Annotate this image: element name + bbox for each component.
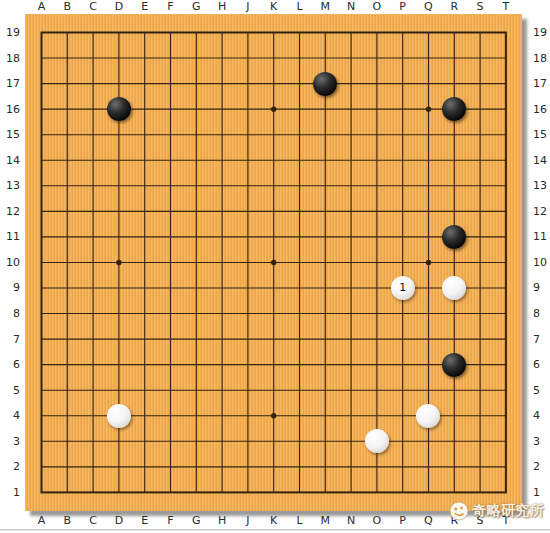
- row-label-11: 11: [0, 224, 21, 250]
- row-label-19: 19: [0, 20, 21, 46]
- move-number: 1: [399, 282, 406, 293]
- col-label-L: L: [287, 0, 313, 14]
- white-stone: [416, 404, 440, 428]
- white-stone: [365, 429, 389, 453]
- col-label-P: P: [390, 512, 416, 529]
- col-label-K: K: [261, 0, 287, 14]
- col-label-A: A: [29, 0, 55, 14]
- point-D16[interactable]: [106, 96, 132, 122]
- row-labels-right: 19181716151413121110987654321: [531, 20, 550, 505]
- point-Q4[interactable]: [416, 403, 442, 429]
- row-label-3: 3: [531, 428, 550, 454]
- col-label-N: N: [338, 0, 364, 14]
- col-label-Q: Q: [416, 0, 442, 14]
- row-label-13: 13: [531, 173, 550, 199]
- row-label-3: 3: [0, 428, 21, 454]
- white-stone: [107, 404, 131, 428]
- col-label-P: P: [390, 0, 416, 14]
- col-label-F: F: [158, 512, 184, 529]
- row-label-9: 9: [0, 275, 21, 301]
- black-stone: [442, 225, 466, 249]
- col-label-S: S: [467, 512, 493, 529]
- col-label-M: M: [312, 512, 338, 529]
- col-label-T: T: [493, 0, 519, 14]
- col-label-C: C: [80, 0, 106, 14]
- bottom-divider: [0, 529, 550, 531]
- row-label-2: 2: [0, 454, 21, 480]
- col-label-E: E: [132, 512, 158, 529]
- col-label-M: M: [312, 0, 338, 14]
- col-label-J: J: [235, 512, 261, 529]
- black-stone: [442, 353, 466, 377]
- point-R16[interactable]: [441, 96, 467, 122]
- col-label-B: B: [54, 0, 80, 14]
- col-label-O: O: [364, 512, 390, 529]
- white-stone: [442, 276, 466, 300]
- col-label-Q: Q: [416, 512, 442, 529]
- row-label-4: 4: [0, 403, 21, 429]
- row-label-2: 2: [531, 454, 550, 480]
- row-label-8: 8: [531, 301, 550, 327]
- col-label-N: N: [338, 512, 364, 529]
- col-label-H: H: [209, 512, 235, 529]
- row-label-9: 9: [531, 275, 550, 301]
- row-label-19: 19: [531, 20, 550, 46]
- row-label-5: 5: [531, 377, 550, 403]
- point-R6[interactable]: [441, 352, 467, 378]
- row-label-10: 10: [0, 250, 21, 276]
- col-label-C: C: [80, 512, 106, 529]
- col-label-O: O: [364, 0, 390, 14]
- row-label-15: 15: [531, 122, 550, 148]
- row-label-12: 12: [531, 199, 550, 225]
- row-label-16: 16: [0, 96, 21, 122]
- column-labels-top: ABCDEFGHJKLMNOPQRST: [29, 0, 519, 14]
- point-D4[interactable]: [106, 403, 132, 429]
- go-diagram: ABCDEFGHJKLMNOPQRST ABCDEFGHJKLMNOPQRST …: [0, 0, 550, 533]
- row-label-17: 17: [531, 71, 550, 97]
- row-label-7: 7: [531, 326, 550, 352]
- col-label-A: A: [29, 512, 55, 529]
- column-labels-bottom: ABCDEFGHJKLMNOPQRST: [29, 512, 519, 529]
- black-stone: [313, 72, 337, 96]
- col-label-F: F: [158, 0, 184, 14]
- row-label-14: 14: [531, 147, 550, 173]
- black-stone: [442, 97, 466, 121]
- col-label-R: R: [441, 512, 467, 529]
- row-label-1: 1: [531, 480, 550, 506]
- row-label-7: 7: [0, 326, 21, 352]
- row-label-8: 8: [0, 301, 21, 327]
- col-label-J: J: [235, 0, 261, 14]
- point-P9[interactable]: 1: [390, 275, 416, 301]
- row-label-6: 6: [0, 352, 21, 378]
- row-label-10: 10: [531, 250, 550, 276]
- point-R11[interactable]: [441, 224, 467, 250]
- col-label-T: T: [493, 512, 519, 529]
- row-label-4: 4: [531, 403, 550, 429]
- point-R9[interactable]: [441, 275, 467, 301]
- black-stone: [107, 97, 131, 121]
- row-label-16: 16: [531, 96, 550, 122]
- row-label-15: 15: [0, 122, 21, 148]
- col-label-D: D: [106, 0, 132, 14]
- row-label-18: 18: [0, 45, 21, 71]
- point-O3[interactable]: [364, 428, 390, 454]
- col-label-L: L: [287, 512, 313, 529]
- col-label-K: K: [261, 512, 287, 529]
- col-label-H: H: [209, 0, 235, 14]
- col-label-B: B: [54, 512, 80, 529]
- row-label-18: 18: [531, 45, 550, 71]
- row-labels-left: 19181716151413121110987654321: [0, 20, 21, 505]
- col-label-E: E: [132, 0, 158, 14]
- row-label-6: 6: [531, 352, 550, 378]
- col-label-R: R: [441, 0, 467, 14]
- go-board[interactable]: 1: [25, 14, 522, 511]
- row-label-17: 17: [0, 71, 21, 97]
- col-label-G: G: [183, 512, 209, 529]
- white-stone: 1: [391, 276, 415, 300]
- row-label-11: 11: [531, 224, 550, 250]
- col-label-D: D: [106, 512, 132, 529]
- col-label-S: S: [467, 0, 493, 14]
- point-M17[interactable]: [312, 71, 338, 97]
- row-label-12: 12: [0, 199, 21, 225]
- row-label-5: 5: [0, 377, 21, 403]
- row-label-14: 14: [0, 147, 21, 173]
- stones-layer: 1: [29, 20, 519, 505]
- col-label-G: G: [183, 0, 209, 14]
- row-label-1: 1: [0, 480, 21, 506]
- row-label-13: 13: [0, 173, 21, 199]
